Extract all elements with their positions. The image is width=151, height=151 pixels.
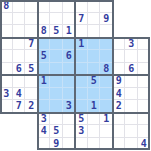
grid-line xyxy=(112,38,114,151)
cell-r11c1 xyxy=(13,138,26,151)
grid-line xyxy=(74,38,76,151)
cell-r0c9 xyxy=(113,0,126,13)
cell-r1c1[interactable] xyxy=(13,13,26,26)
cell-r3c3[interactable] xyxy=(38,38,51,51)
cell-r1c11 xyxy=(138,13,151,26)
cell-r3c4[interactable] xyxy=(50,38,63,51)
cell-r7c7[interactable] xyxy=(88,88,101,101)
cell-r3c10[interactable]: 3 xyxy=(125,38,138,51)
cell-r7c10[interactable] xyxy=(125,88,138,101)
cell-r4c3[interactable]: 5 xyxy=(38,50,51,63)
cell-r10c6[interactable]: 3 xyxy=(75,125,88,138)
cell-r1c3[interactable] xyxy=(38,13,51,26)
cell-r1c4[interactable] xyxy=(50,13,63,26)
cell-r0c10 xyxy=(125,0,138,13)
cell-r9c3[interactable]: 3 xyxy=(38,113,51,126)
cell-r3c6[interactable]: 1 xyxy=(75,38,88,51)
cell-r1c7[interactable] xyxy=(88,13,101,26)
cell-r1c6[interactable]: 7 xyxy=(75,13,88,26)
cell-r10c3[interactable]: 4 xyxy=(38,125,51,138)
grid-line xyxy=(0,0,113,2)
cell-r4c7[interactable] xyxy=(88,50,101,63)
cell-r10c7[interactable] xyxy=(88,125,101,138)
cell-r10c9[interactable] xyxy=(113,125,126,138)
cell-r4c9[interactable] xyxy=(113,50,126,63)
cell-r6c4[interactable] xyxy=(50,75,63,88)
cell-r6c7[interactable]: 5 xyxy=(88,75,101,88)
cell-r1c10 xyxy=(125,13,138,26)
cell-r9c9[interactable] xyxy=(113,113,126,126)
cell-r9c1 xyxy=(13,113,26,126)
cell-r9c4[interactable] xyxy=(50,113,63,126)
cell-r3c1[interactable] xyxy=(13,38,26,51)
cell-r9c0 xyxy=(0,113,13,126)
cell-r0c11 xyxy=(138,0,151,13)
cell-r10c1 xyxy=(13,125,26,138)
grid-line xyxy=(38,74,151,76)
cell-r11c0 xyxy=(0,138,13,151)
cell-r6c1[interactable] xyxy=(13,75,26,88)
cell-r9c10[interactable] xyxy=(125,113,138,126)
cell-r3c9[interactable] xyxy=(113,38,126,51)
cell-r7c4[interactable] xyxy=(50,88,63,101)
cell-r9c7[interactable] xyxy=(88,113,101,126)
grid-line xyxy=(38,37,151,39)
cell-r6c6[interactable] xyxy=(75,75,88,88)
grid-line xyxy=(148,38,150,151)
grid-line xyxy=(37,38,39,151)
cell-r6c10[interactable] xyxy=(125,75,138,88)
cell-r10c0 xyxy=(0,125,13,138)
cell-r4c4[interactable] xyxy=(50,50,63,63)
grid-line xyxy=(38,148,151,150)
cell-r4c1[interactable] xyxy=(13,50,26,63)
cell-r10c4[interactable]: 5 xyxy=(50,125,63,138)
cell-r6c3[interactable]: 1 xyxy=(38,75,51,88)
cell-r6c9[interactable]: 9 xyxy=(113,75,126,88)
cell-r3c7[interactable] xyxy=(88,38,101,51)
cell-r4c10[interactable] xyxy=(125,50,138,63)
grid-line xyxy=(0,0,2,113)
cell-r9c6[interactable]: 5 xyxy=(75,113,88,126)
sudoku-board: 8798517135665861593447231235145394 xyxy=(0,0,150,150)
cell-r7c3[interactable] xyxy=(38,88,51,101)
cell-r7c6[interactable] xyxy=(75,88,88,101)
cell-r10c10[interactable] xyxy=(125,125,138,138)
grid-line xyxy=(38,112,151,114)
cell-r7c1[interactable]: 4 xyxy=(13,88,26,101)
cell-r7c9[interactable]: 4 xyxy=(113,88,126,101)
cell-r1c9 xyxy=(113,13,126,26)
cell-r4c6[interactable] xyxy=(75,50,88,63)
